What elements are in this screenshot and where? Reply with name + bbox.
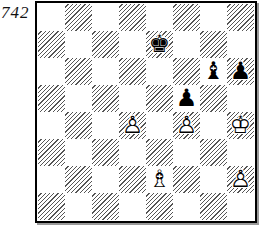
square-f3 <box>173 139 200 166</box>
square-c1 <box>92 193 119 220</box>
chess-board: ♚♚♝♝♟♟♟♟♟♙♟♙♚♔♝♗♟♙ <box>35 1 257 223</box>
square-f6 <box>173 58 200 85</box>
diagram-number: 742 <box>1 3 34 23</box>
square-g3 <box>200 139 227 166</box>
square-b7 <box>65 31 92 58</box>
square-h5 <box>227 85 254 112</box>
square-c5 <box>92 85 119 112</box>
square-d6 <box>119 58 146 85</box>
square-d3 <box>119 139 146 166</box>
piece-black-pawn: ♟♟ <box>173 85 200 112</box>
square-a1 <box>38 193 65 220</box>
square-b2 <box>65 166 92 193</box>
square-e5 <box>146 85 173 112</box>
square-f7 <box>173 31 200 58</box>
piece-black-pawn: ♟♟ <box>227 58 254 85</box>
square-f8 <box>173 4 200 31</box>
piece-white-pawn: ♟♙ <box>227 166 254 193</box>
square-d8 <box>119 4 146 31</box>
board-grid: ♚♚♝♝♟♟♟♟♟♙♟♙♚♔♝♗♟♙ <box>38 4 254 220</box>
square-h1 <box>227 193 254 220</box>
square-e3 <box>146 139 173 166</box>
square-b6 <box>65 58 92 85</box>
square-f5: ♟♟ <box>173 85 200 112</box>
square-h8 <box>227 4 254 31</box>
square-f2 <box>173 166 200 193</box>
square-d4: ♟♙ <box>119 112 146 139</box>
piece-white-pawn: ♟♙ <box>173 112 200 139</box>
square-g5 <box>200 85 227 112</box>
square-g8 <box>200 4 227 31</box>
piece-black-king: ♚♚ <box>146 31 173 58</box>
square-a7 <box>38 31 65 58</box>
square-h2: ♟♙ <box>227 166 254 193</box>
square-c6 <box>92 58 119 85</box>
square-a4 <box>38 112 65 139</box>
square-g6: ♝♝ <box>200 58 227 85</box>
square-a2 <box>38 166 65 193</box>
square-g7 <box>200 31 227 58</box>
piece-white-king: ♚♔ <box>227 112 254 139</box>
square-a8 <box>38 4 65 31</box>
square-b4 <box>65 112 92 139</box>
square-b8 <box>65 4 92 31</box>
square-e8 <box>146 4 173 31</box>
square-c2 <box>92 166 119 193</box>
piece-white-pawn: ♟♙ <box>119 112 146 139</box>
square-e1 <box>146 193 173 220</box>
square-h6: ♟♟ <box>227 58 254 85</box>
square-g4 <box>200 112 227 139</box>
square-b3 <box>65 139 92 166</box>
square-h4: ♚♔ <box>227 112 254 139</box>
square-h3 <box>227 139 254 166</box>
square-f1 <box>173 193 200 220</box>
square-d5 <box>119 85 146 112</box>
square-e7: ♚♚ <box>146 31 173 58</box>
square-d2 <box>119 166 146 193</box>
square-e6 <box>146 58 173 85</box>
piece-white-bishop: ♝♗ <box>146 166 173 193</box>
square-f4: ♟♙ <box>173 112 200 139</box>
piece-black-bishop: ♝♝ <box>200 58 227 85</box>
square-c8 <box>92 4 119 31</box>
square-a5 <box>38 85 65 112</box>
square-c3 <box>92 139 119 166</box>
square-b1 <box>65 193 92 220</box>
square-e2: ♝♗ <box>146 166 173 193</box>
square-a6 <box>38 58 65 85</box>
square-e4 <box>146 112 173 139</box>
square-c4 <box>92 112 119 139</box>
square-d1 <box>119 193 146 220</box>
square-g2 <box>200 166 227 193</box>
square-b5 <box>65 85 92 112</box>
square-d7 <box>119 31 146 58</box>
square-a3 <box>38 139 65 166</box>
square-g1 <box>200 193 227 220</box>
square-h7 <box>227 31 254 58</box>
chess-diagram-page: 742 ♚♚♝♝♟♟♟♟♟♙♟♙♚♔♝♗♟♙ <box>0 0 261 226</box>
square-c7 <box>92 31 119 58</box>
